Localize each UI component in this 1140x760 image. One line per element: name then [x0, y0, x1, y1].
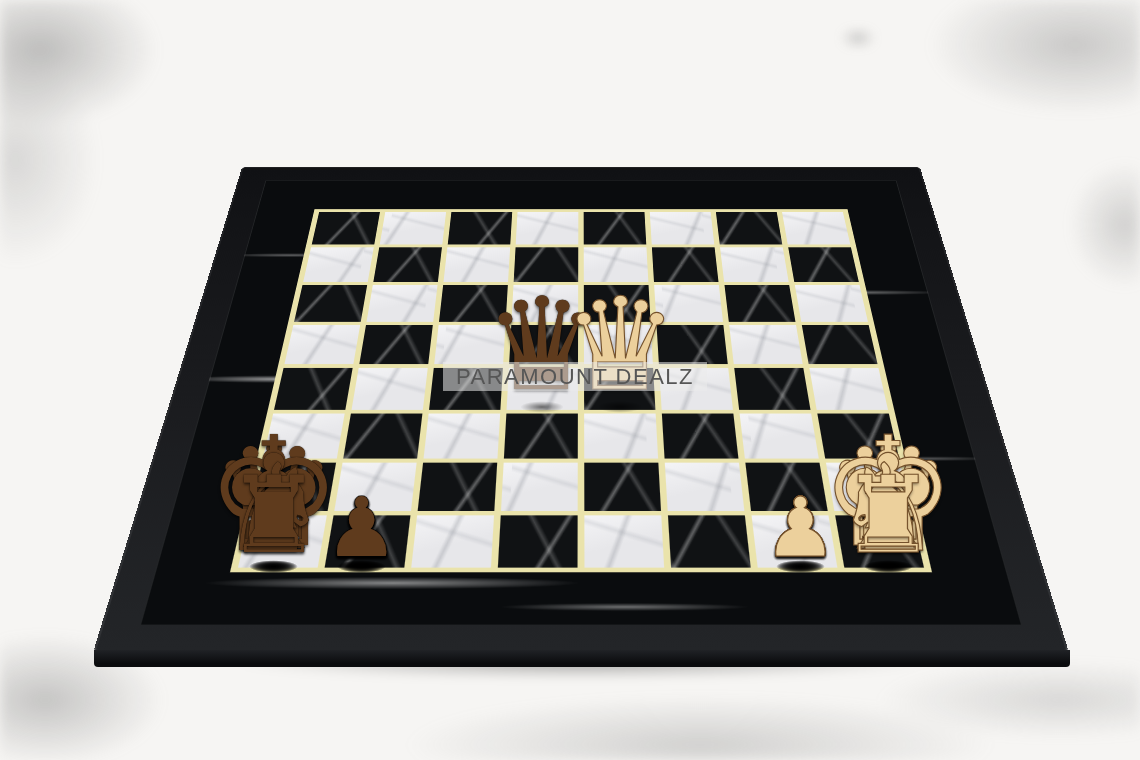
watermark-text: PARAMOUNT DEALZ [456, 364, 694, 390]
chess-piece-black-rook: ♜ [226, 463, 322, 570]
watermark: PARAMOUNT DEALZ [443, 362, 707, 391]
chess-piece-white-rook: ♜ [840, 463, 936, 570]
chess-piece-black-pawn: ♟ [325, 487, 399, 569]
product-photo: ♜♞♝♛♚♝♞♜♟♟♟♟♟♟♟♟♛♛♟♟♟♟♟♟♟♟♜♞♝♛♚♝♞♜ PARAM… [0, 0, 1140, 760]
